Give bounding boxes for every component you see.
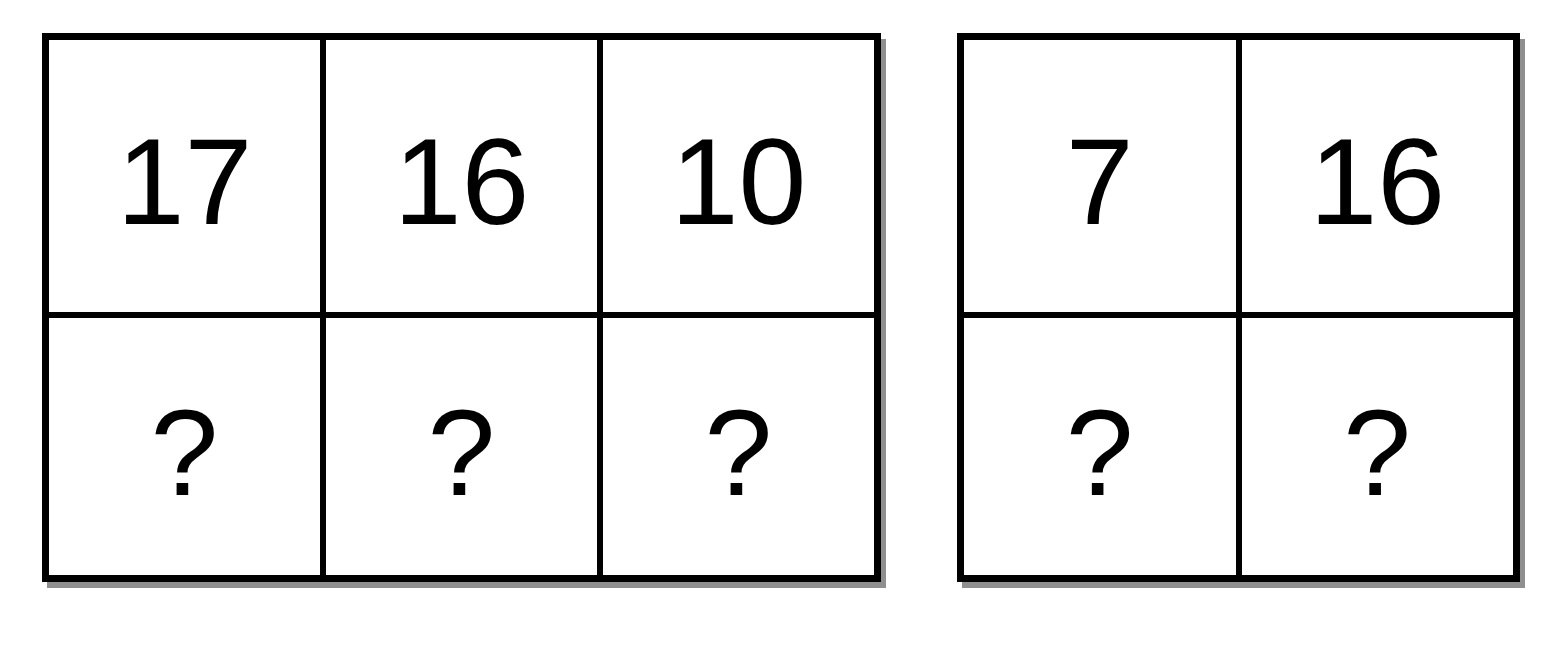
left-cell-r0c2: 10 <box>603 40 874 312</box>
right-cell-r1c0: ? <box>964 318 1236 575</box>
left-cell-r1c1: ? <box>326 318 597 575</box>
right-grid: 7 16 ? ? <box>957 33 1520 582</box>
right-cell-r0c1: 16 <box>1242 40 1514 312</box>
puzzle-canvas: 17 16 10 ? ? ? 7 16 ? ? <box>0 0 1548 645</box>
left-cell-r0c0: 17 <box>49 40 320 312</box>
left-cell-r1c2: ? <box>603 318 874 575</box>
right-cell-r0c0: 7 <box>964 40 1236 312</box>
left-grid: 17 16 10 ? ? ? <box>42 33 881 582</box>
left-cell-r1c0: ? <box>49 318 320 575</box>
left-cell-r0c1: 16 <box>326 40 597 312</box>
right-cell-r1c1: ? <box>1242 318 1514 575</box>
